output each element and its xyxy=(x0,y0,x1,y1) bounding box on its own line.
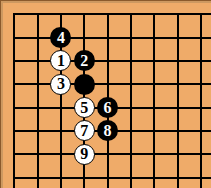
white-stone: 1 xyxy=(50,50,71,71)
black-stone: 4 xyxy=(50,27,71,48)
grid-line-vertical xyxy=(153,13,155,188)
go-diagram: 412356789 xyxy=(0,0,211,188)
white-stone: 3 xyxy=(50,74,71,95)
black-stone xyxy=(74,74,95,95)
black-stone: 8 xyxy=(97,120,118,141)
white-stone: 9 xyxy=(74,144,95,165)
grid-line-vertical xyxy=(200,13,202,188)
white-stone: 7 xyxy=(74,120,95,141)
grid-line-horizontal xyxy=(13,60,211,62)
stone-number: 5 xyxy=(80,100,88,116)
board-frame: 412356789 xyxy=(1,1,211,188)
grid-line-horizontal xyxy=(13,37,211,39)
black-stone: 2 xyxy=(74,50,95,71)
stone-number: 8 xyxy=(104,123,112,139)
grid-line-horizontal xyxy=(13,83,211,85)
go-board: 412356789 xyxy=(3,3,211,188)
grid-line-horizontal xyxy=(13,13,211,15)
white-stone: 5 xyxy=(74,97,95,118)
grid-line-horizontal xyxy=(13,177,211,179)
grid-line-horizontal xyxy=(13,153,211,155)
grid-line-vertical xyxy=(130,13,132,188)
stone-number: 1 xyxy=(57,53,65,69)
grid-line-vertical xyxy=(13,13,15,188)
stone-number: 2 xyxy=(80,53,88,69)
grid-line-vertical xyxy=(177,13,179,188)
black-stone: 6 xyxy=(97,97,118,118)
stone-number: 7 xyxy=(80,123,88,139)
stone-number: 3 xyxy=(57,76,65,92)
stone-number: 6 xyxy=(104,100,112,116)
stone-number: 4 xyxy=(57,30,65,46)
stone-number: 9 xyxy=(80,146,88,162)
grid-line-vertical xyxy=(37,13,39,188)
